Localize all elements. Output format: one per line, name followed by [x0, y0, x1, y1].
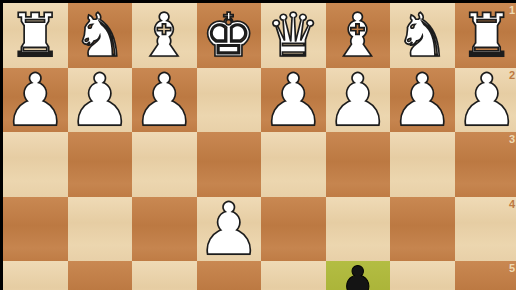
square-c3[interactable]	[326, 132, 391, 197]
square-d4[interactable]	[261, 197, 326, 262]
white-pawn[interactable]: ♟	[68, 68, 133, 133]
square-c2[interactable]: ♟	[326, 68, 391, 133]
square-h5[interactable]	[3, 261, 68, 290]
chessboard: ♜♞♝♚♛♝♞♜1♟♟♟♟♟♟♟23♟4♟5	[3, 3, 516, 290]
square-b5[interactable]	[390, 261, 455, 290]
white-pawn[interactable]: ♟	[326, 68, 391, 133]
square-b4[interactable]	[390, 197, 455, 262]
white-pawn[interactable]: ♟	[3, 68, 68, 133]
square-e1[interactable]: ♚	[197, 3, 262, 68]
rank-label-2: 2	[509, 69, 515, 82]
white-pawn[interactable]: ♟	[455, 68, 516, 133]
rank-label-1: 1	[509, 4, 515, 17]
square-e2[interactable]	[197, 68, 262, 133]
white-pawn[interactable]: ♟	[261, 68, 326, 133]
rank-label-5: 5	[509, 262, 515, 275]
square-b2[interactable]: ♟	[390, 68, 455, 133]
square-a2[interactable]: ♟2	[455, 68, 516, 133]
square-d3[interactable]	[261, 132, 326, 197]
square-g5[interactable]	[68, 261, 133, 290]
square-f4[interactable]	[132, 197, 197, 262]
square-g4[interactable]	[68, 197, 133, 262]
square-h4[interactable]	[3, 197, 68, 262]
square-e4[interactable]: ♟	[197, 197, 262, 262]
square-a4[interactable]: 4	[455, 197, 516, 262]
square-g3[interactable]	[68, 132, 133, 197]
square-b3[interactable]	[390, 132, 455, 197]
white-king[interactable]: ♚	[197, 3, 262, 68]
square-h3[interactable]	[3, 132, 68, 197]
white-pawn[interactable]: ♟	[132, 68, 197, 133]
square-c5[interactable]: ♟	[326, 261, 391, 290]
square-f5[interactable]	[132, 261, 197, 290]
white-pawn[interactable]: ♟	[390, 68, 455, 133]
white-pawn[interactable]: ♟	[197, 197, 262, 262]
rank-label-4: 4	[509, 198, 515, 211]
square-h2[interactable]: ♟	[3, 68, 68, 133]
square-d5[interactable]	[261, 261, 326, 290]
square-f3[interactable]	[132, 132, 197, 197]
rank-label-3: 3	[509, 133, 515, 146]
square-d2[interactable]: ♟	[261, 68, 326, 133]
square-a5[interactable]: 5	[455, 261, 516, 290]
square-e5[interactable]	[197, 261, 262, 290]
square-g2[interactable]: ♟	[68, 68, 133, 133]
chess-app-screen: ♜♞♝♚♛♝♞♜1♟♟♟♟♟♟♟23♟4♟5	[0, 0, 516, 290]
square-f2[interactable]: ♟	[132, 68, 197, 133]
square-a3[interactable]: 3	[455, 132, 516, 197]
black-pawn[interactable]: ♟	[326, 261, 391, 290]
